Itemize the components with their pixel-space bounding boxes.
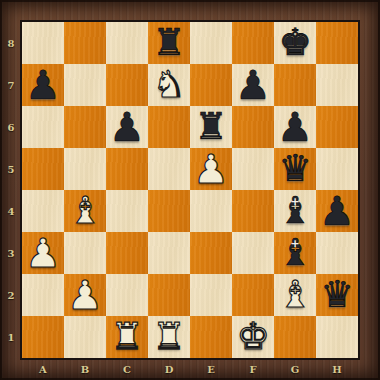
square-b3[interactable]: [64, 232, 106, 274]
file-label-e: E: [190, 358, 232, 380]
square-h7[interactable]: [316, 64, 358, 106]
square-e4[interactable]: [190, 190, 232, 232]
chess-board: ♜♚♟♞♟♟♜♟♟♛♝+♝+♟♟♝+♟♝+♛♜♜♚: [22, 22, 358, 358]
piece-black-rook[interactable]: ♜: [194, 106, 227, 148]
rank-label-4: 4: [0, 190, 22, 232]
piece-white-pawn[interactable]: ♟: [67, 274, 103, 316]
square-h5[interactable]: [316, 148, 358, 190]
bishop-cross-icon: +: [290, 196, 299, 207]
piece-white-pawn[interactable]: ♟: [25, 232, 61, 274]
square-a4[interactable]: [22, 190, 64, 232]
square-d3[interactable]: [148, 232, 190, 274]
square-g3[interactable]: ♝+: [274, 232, 316, 274]
square-f2[interactable]: [232, 274, 274, 316]
square-c3[interactable]: [106, 232, 148, 274]
square-d4[interactable]: [148, 190, 190, 232]
square-d8[interactable]: ♜: [148, 22, 190, 64]
square-a7[interactable]: ♟: [22, 64, 64, 106]
square-b1[interactable]: [64, 316, 106, 358]
square-g2[interactable]: ♝+: [274, 274, 316, 316]
square-f8[interactable]: [232, 22, 274, 64]
square-b2[interactable]: ♟: [64, 274, 106, 316]
square-b7[interactable]: [64, 64, 106, 106]
file-label-h: H: [316, 358, 358, 380]
square-f6[interactable]: [232, 106, 274, 148]
square-c7[interactable]: [106, 64, 148, 106]
square-h8[interactable]: [316, 22, 358, 64]
piece-black-pawn[interactable]: ♟: [319, 190, 355, 232]
rank-label-5: 5: [0, 148, 22, 190]
square-a2[interactable]: [22, 274, 64, 316]
rank-label-3: 3: [0, 232, 22, 274]
rank-label-7: 7: [0, 64, 22, 106]
file-labels: ABCDEFGH: [22, 358, 358, 380]
piece-black-bishop[interactable]: ♝+: [278, 232, 311, 274]
square-f3[interactable]: [232, 232, 274, 274]
bishop-cross-icon: +: [80, 196, 89, 207]
square-d5[interactable]: [148, 148, 190, 190]
square-b8[interactable]: [64, 22, 106, 64]
piece-white-pawn[interactable]: ♟: [193, 148, 229, 190]
square-d7[interactable]: ♞: [148, 64, 190, 106]
square-f5[interactable]: [232, 148, 274, 190]
square-c8[interactable]: [106, 22, 148, 64]
square-c2[interactable]: [106, 274, 148, 316]
file-label-c: C: [106, 358, 148, 380]
square-a8[interactable]: [22, 22, 64, 64]
square-f1[interactable]: ♚: [232, 316, 274, 358]
square-e7[interactable]: [190, 64, 232, 106]
piece-white-knight[interactable]: ♞: [152, 64, 185, 106]
square-e1[interactable]: [190, 316, 232, 358]
piece-black-queen[interactable]: ♛: [278, 148, 311, 190]
square-a1[interactable]: [22, 316, 64, 358]
rank-label-8: 8: [0, 22, 22, 64]
square-h3[interactable]: [316, 232, 358, 274]
piece-white-king[interactable]: ♚: [236, 316, 269, 358]
square-c4[interactable]: [106, 190, 148, 232]
file-label-a: A: [22, 358, 64, 380]
piece-black-rook[interactable]: ♜: [152, 22, 185, 64]
piece-black-bishop[interactable]: ♝+: [278, 190, 311, 232]
file-label-b: B: [64, 358, 106, 380]
piece-white-rook[interactable]: ♜: [110, 316, 143, 358]
piece-white-bishop[interactable]: ♝+: [278, 274, 311, 316]
square-d6[interactable]: [148, 106, 190, 148]
square-e3[interactable]: [190, 232, 232, 274]
rank-label-2: 2: [0, 274, 22, 316]
square-a6[interactable]: [22, 106, 64, 148]
square-g5[interactable]: ♛: [274, 148, 316, 190]
rank-label-6: 6: [0, 106, 22, 148]
piece-black-queen[interactable]: ♛: [320, 274, 353, 316]
square-d2[interactable]: [148, 274, 190, 316]
piece-black-pawn[interactable]: ♟: [109, 106, 145, 148]
square-g8[interactable]: ♚: [274, 22, 316, 64]
square-a3[interactable]: ♟: [22, 232, 64, 274]
square-h6[interactable]: [316, 106, 358, 148]
square-h4[interactable]: ♟: [316, 190, 358, 232]
square-b4[interactable]: ♝+: [64, 190, 106, 232]
square-b6[interactable]: [64, 106, 106, 148]
square-f4[interactable]: [232, 190, 274, 232]
square-g4[interactable]: ♝+: [274, 190, 316, 232]
bishop-cross-icon: +: [290, 238, 299, 249]
square-a5[interactable]: [22, 148, 64, 190]
rank-label-1: 1: [0, 316, 22, 358]
square-c1[interactable]: ♜: [106, 316, 148, 358]
square-h2[interactable]: ♛: [316, 274, 358, 316]
square-e8[interactable]: [190, 22, 232, 64]
square-c5[interactable]: [106, 148, 148, 190]
board-frame: 87654321 ABCDEFGH ♜♚♟♞♟♟♜♟♟♛♝+♝+♟♟♝+♟♝+♛…: [0, 0, 380, 380]
square-e6[interactable]: ♜: [190, 106, 232, 148]
piece-black-pawn[interactable]: ♟: [235, 64, 271, 106]
file-label-d: D: [148, 358, 190, 380]
square-g1[interactable]: [274, 316, 316, 358]
square-e5[interactable]: ♟: [190, 148, 232, 190]
file-label-g: G: [274, 358, 316, 380]
square-g6[interactable]: ♟: [274, 106, 316, 148]
piece-black-king[interactable]: ♚: [278, 22, 311, 64]
rank-labels: 87654321: [0, 22, 22, 358]
piece-white-rook[interactable]: ♜: [152, 316, 185, 358]
square-h1[interactable]: [316, 316, 358, 358]
square-b5[interactable]: [64, 148, 106, 190]
piece-white-bishop[interactable]: ♝+: [68, 190, 101, 232]
square-g7[interactable]: [274, 64, 316, 106]
piece-black-pawn[interactable]: ♟: [25, 64, 61, 106]
bishop-cross-icon: +: [290, 280, 299, 291]
square-d1[interactable]: ♜: [148, 316, 190, 358]
square-e2[interactable]: [190, 274, 232, 316]
file-label-f: F: [232, 358, 274, 380]
square-f7[interactable]: ♟: [232, 64, 274, 106]
square-c6[interactable]: ♟: [106, 106, 148, 148]
piece-black-pawn[interactable]: ♟: [277, 106, 313, 148]
